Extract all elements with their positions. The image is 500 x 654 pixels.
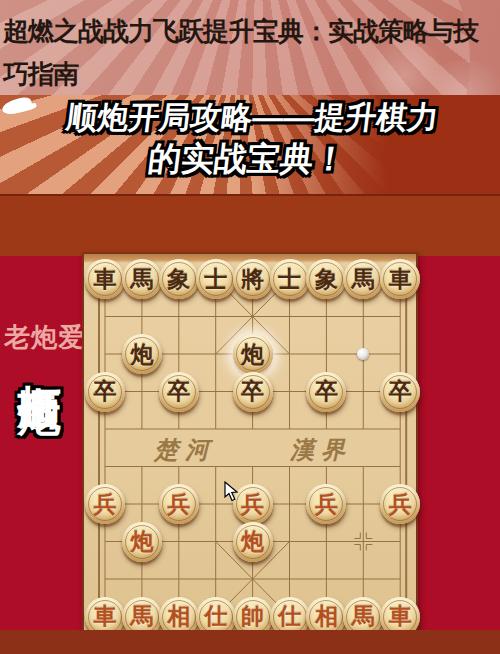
piece-glyph: 馬 bbox=[343, 259, 383, 299]
xiangqi-board[interactable]: 楚河 漢界 車馬象士將士象馬車炮炮卒卒卒卒卒兵兵兵兵兵炮炮車馬相仕帥仕相馬車 bbox=[82, 252, 418, 632]
piece-兵[interactable]: 兵 bbox=[380, 484, 420, 524]
piece-glyph: 炮 bbox=[122, 522, 162, 562]
piece-glyph: 兵 bbox=[306, 484, 346, 524]
piece-兵[interactable]: 兵 bbox=[159, 484, 199, 524]
piece-glyph: 將 bbox=[233, 259, 273, 299]
piece-象[interactable]: 象 bbox=[159, 259, 199, 299]
piece-glyph: 卒 bbox=[306, 372, 346, 412]
promo-banner: 顺炮开局攻略——提升棋力 的实战宝典！ bbox=[0, 95, 500, 194]
piece-卒[interactable]: 卒 bbox=[85, 372, 125, 412]
piece-glyph: 兵 bbox=[159, 484, 199, 524]
board-grid bbox=[84, 254, 416, 630]
vertical-title: 打击顺炮 bbox=[12, 350, 68, 362]
banner-title: 顺炮开局攻略——提升棋力 的实战宝典！ bbox=[0, 95, 500, 180]
piece-glyph: 炮 bbox=[233, 334, 273, 374]
page-title-line-1: 超燃之战战力飞跃提升宝典：实战策略与技 bbox=[3, 10, 497, 53]
piece-馬[interactable]: 馬 bbox=[122, 259, 162, 299]
piece-glyph: 卒 bbox=[233, 372, 273, 412]
piece-兵[interactable]: 兵 bbox=[306, 484, 346, 524]
piece-卒[interactable]: 卒 bbox=[159, 372, 199, 412]
banner-title-line-2: 的实战宝典！ bbox=[0, 138, 500, 180]
piece-glyph: 兵 bbox=[85, 484, 125, 524]
mid-band-decoration bbox=[0, 194, 500, 256]
piece-glyph: 兵 bbox=[380, 484, 420, 524]
piece-glyph: 象 bbox=[306, 259, 346, 299]
page-title: 超燃之战战力飞跃提升宝典：实战策略与技 巧指南 bbox=[0, 0, 500, 95]
piece-士[interactable]: 士 bbox=[196, 259, 236, 299]
piece-glyph: 卒 bbox=[159, 372, 199, 412]
piece-士[interactable]: 士 bbox=[270, 259, 310, 299]
piece-glyph: 士 bbox=[270, 259, 310, 299]
piece-兵[interactable]: 兵 bbox=[85, 484, 125, 524]
piece-卒[interactable]: 卒 bbox=[233, 372, 273, 412]
piece-glyph: 象 bbox=[159, 259, 199, 299]
piece-象[interactable]: 象 bbox=[306, 259, 346, 299]
piece-炮[interactable]: 炮 bbox=[122, 334, 162, 374]
piece-glyph: 車 bbox=[380, 259, 420, 299]
page-title-line-2: 巧指南 bbox=[3, 53, 497, 95]
xiangqi-app-screenshot: 超燃之战战力飞跃提升宝典：实战策略与技 巧指南 顺炮开局攻略——提升棋力 的实战… bbox=[0, 0, 500, 654]
piece-glyph: 士 bbox=[196, 259, 236, 299]
page-title-bar: 超燃之战战力飞跃提升宝典：实战策略与技 巧指南 bbox=[0, 0, 500, 95]
piece-glyph: 卒 bbox=[85, 372, 125, 412]
piece-馬[interactable]: 馬 bbox=[343, 259, 383, 299]
piece-glyph: 卒 bbox=[380, 372, 420, 412]
piece-卒[interactable]: 卒 bbox=[380, 372, 420, 412]
piece-glyph: 炮 bbox=[233, 522, 273, 562]
bottom-strip-decoration bbox=[0, 630, 500, 654]
piece-glyph: 車 bbox=[85, 259, 125, 299]
piece-車[interactable]: 車 bbox=[380, 259, 420, 299]
piece-卒[interactable]: 卒 bbox=[306, 372, 346, 412]
banner-title-line-1: 顺炮开局攻略——提升棋力 bbox=[0, 98, 500, 138]
piece-炮[interactable]: 炮 bbox=[233, 522, 273, 562]
mouse-cursor-icon bbox=[224, 481, 240, 507]
piece-炮[interactable]: 炮 bbox=[233, 334, 273, 374]
piece-將[interactable]: 將 bbox=[233, 259, 273, 299]
piece-glyph: 馬 bbox=[122, 259, 162, 299]
piece-車[interactable]: 車 bbox=[85, 259, 125, 299]
piece-炮[interactable]: 炮 bbox=[122, 522, 162, 562]
piece-glyph: 炮 bbox=[122, 334, 162, 374]
